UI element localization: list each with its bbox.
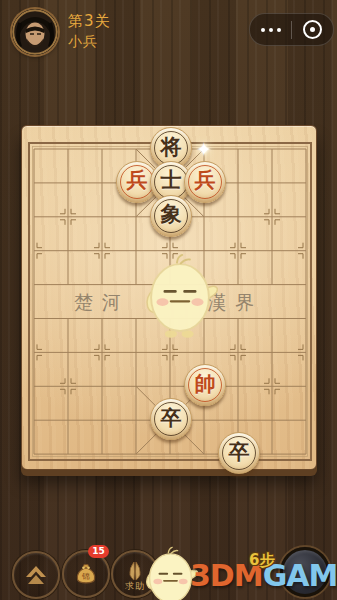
- piece-卒[interactable]: 卒: [218, 432, 260, 474]
- exit-button[interactable]: [292, 14, 333, 45]
- more-button[interactable]: [250, 14, 291, 45]
- level-title: 第3关: [68, 12, 111, 31]
- piece-char: 象: [161, 204, 182, 225]
- piece-char: 卒: [229, 442, 250, 463]
- more-dots-icon: [261, 28, 281, 32]
- player-avatar: [12, 9, 58, 55]
- piece-char: 帥: [195, 374, 216, 395]
- miniprogram-capsule: [249, 13, 334, 46]
- player-name: 小兵: [68, 33, 98, 51]
- steps-counter: 6步: [249, 551, 274, 570]
- piece-char: 将: [161, 137, 182, 158]
- piece-象[interactable]: 象: [150, 195, 192, 237]
- mascot-chick-river: [142, 252, 218, 340]
- chevron-up-icon: [22, 561, 50, 589]
- piece-char: 兵: [127, 170, 148, 191]
- piece-char: 卒: [161, 408, 182, 429]
- avatar-portrait-icon: [12, 9, 58, 55]
- app-screen: 第3关 小兵 楚河 漢界 将兵士兵象帥卒卒 锦 15: [0, 0, 337, 600]
- exit-target-icon: [303, 20, 322, 39]
- help-label: 求助: [125, 580, 145, 593]
- xiangqi-board[interactable]: 楚河 漢界 将兵士兵象帥卒卒: [21, 125, 317, 470]
- piece-帥[interactable]: 帥: [184, 364, 226, 406]
- piece-兵[interactable]: 兵: [184, 161, 226, 203]
- piece-卒[interactable]: 卒: [150, 398, 192, 440]
- piece-char: 兵: [195, 170, 216, 191]
- river-label-left: 楚河: [74, 290, 130, 316]
- bag-char: 锦: [81, 572, 90, 581]
- piece-char: 士: [161, 170, 182, 191]
- hint-count-badge: 15: [88, 545, 109, 558]
- collapse-button[interactable]: [12, 551, 60, 599]
- hint-bag-icon: 锦: [72, 560, 100, 588]
